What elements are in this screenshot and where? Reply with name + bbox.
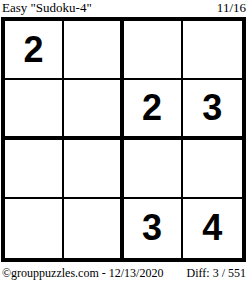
sudoku-cell-r2c2[interactable] [64,80,123,139]
sudoku-cell-r3c4[interactable] [183,140,242,199]
copyright-text: ©grouppuzzles.com - 12/13/2020 [2,266,163,280]
sudoku-cell-r4c3: 3 [124,199,183,258]
sudoku-cell-r4c2[interactable] [64,199,123,258]
sudoku-cell-r1c3[interactable] [124,21,183,80]
page-number: 11/16 [217,0,246,16]
sudoku-cell-r3c1[interactable] [5,140,64,199]
difficulty-text: Diff: 3 / 551 [187,266,246,280]
sudoku-cell-r1c1: 2 [5,21,64,80]
sudoku-cell-r4c4: 4 [183,199,242,258]
sudoku-cell-r3c3[interactable] [124,140,183,199]
sudoku-cell-r2c4: 3 [183,80,242,139]
sudoku-cell-r3c2[interactable] [64,140,123,199]
sudoku-cell-r2c1[interactable] [5,80,64,139]
sudoku-cell-r2c3: 2 [124,80,183,139]
puzzle-page: Easy "Sudoku-4" 11/16 2 2 3 3 4 ©grouppu… [0,0,248,282]
sudoku-cell-r1c4[interactable] [183,21,242,80]
sudoku-cell-r1c2[interactable] [64,21,123,80]
sudoku-board: 2 2 3 3 4 [1,17,246,262]
sudoku-cell-r4c1[interactable] [5,199,64,258]
page-title: Easy "Sudoku-4" [2,0,92,16]
